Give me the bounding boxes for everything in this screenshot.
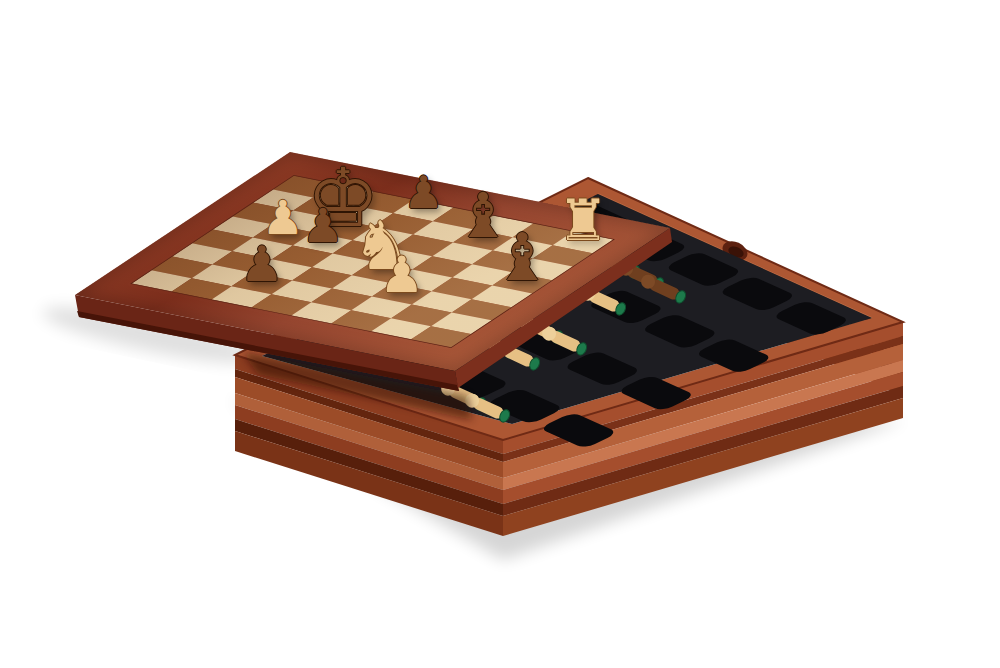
chess-box-photo: ♜♝♝♟♞♟♚♟♟♟ [0, 0, 1000, 668]
